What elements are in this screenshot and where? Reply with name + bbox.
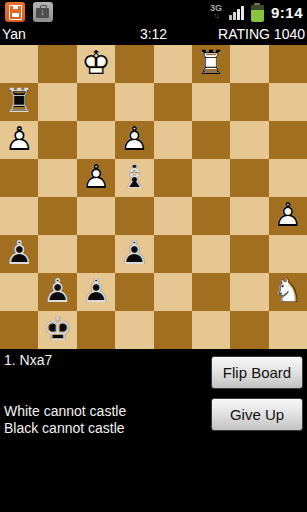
square-d8[interactable] <box>115 45 153 83</box>
square-b4[interactable] <box>38 197 76 235</box>
save-label-shape <box>12 13 19 17</box>
square-e3[interactable] <box>154 235 192 273</box>
piece-outline-glyph: ♘ <box>273 274 303 307</box>
3g-network-icon: 3G ↑↓ <box>210 4 222 20</box>
status-bar-right: 3G ↑↓ 9:14 <box>210 2 303 22</box>
move-list: 1. Nxa7 <box>4 352 52 368</box>
square-e5[interactable] <box>154 159 192 197</box>
square-f6[interactable] <box>192 121 230 159</box>
square-g6[interactable] <box>230 121 268 159</box>
black-pawn-b2: ♟♙ <box>38 273 76 311</box>
white-rook-f8: ♜♖ <box>192 45 230 83</box>
square-g4[interactable] <box>230 197 268 235</box>
square-c6[interactable] <box>77 121 115 159</box>
piece-outline-glyph: ♙ <box>120 122 150 155</box>
rating-label: RATING 1040 <box>218 26 305 42</box>
square-e6[interactable] <box>154 121 192 159</box>
black-king-b1: ♚♔ <box>38 311 76 349</box>
square-f8[interactable]: ♜♖ <box>192 45 230 83</box>
piece-outline-glyph: ♙ <box>4 236 34 269</box>
square-b7[interactable] <box>38 83 76 121</box>
status-bar-left: ↓ <box>5 2 53 22</box>
signal-strength-icon <box>229 5 244 20</box>
piece-outline-glyph: ♖ <box>4 84 34 117</box>
white-pawn-c5: ♟♙ <box>77 159 115 197</box>
square-h6[interactable] <box>269 121 307 159</box>
square-c8[interactable]: ♚♔ <box>77 45 115 83</box>
piece-outline-glyph: ♙ <box>81 160 111 193</box>
give-up-button[interactable]: Give Up <box>211 398 303 431</box>
square-g3[interactable] <box>230 235 268 273</box>
square-h4[interactable]: ♟♙ <box>269 197 307 235</box>
square-h5[interactable] <box>269 159 307 197</box>
square-h1[interactable] <box>269 311 307 349</box>
square-d7[interactable] <box>115 83 153 121</box>
square-g1[interactable] <box>230 311 268 349</box>
square-d3[interactable]: ♟♙ <box>115 235 153 273</box>
square-d4[interactable] <box>115 197 153 235</box>
network-arrows-icon: ↑↓ <box>210 12 222 20</box>
square-f5[interactable] <box>192 159 230 197</box>
status-clock: 9:14 <box>271 4 303 21</box>
white-knight-h2: ♞♘ <box>269 273 307 311</box>
battery-icon <box>251 3 264 22</box>
square-f1[interactable] <box>192 311 230 349</box>
bottom-panel: 1. Nxa7 White cannot castle Black cannot… <box>0 349 307 512</box>
white-pawn-a6: ♟♙ <box>0 121 38 159</box>
piece-outline-glyph: ♙ <box>273 198 303 231</box>
square-a3[interactable]: ♟♙ <box>0 235 38 273</box>
black-bishop-d5: ♝♗ <box>115 159 153 197</box>
info-bar: Yan 3:12 RATING 1040 <box>0 24 307 45</box>
square-h7[interactable] <box>269 83 307 121</box>
battery-body-shape <box>251 5 264 22</box>
square-d6[interactable]: ♟♙ <box>115 121 153 159</box>
piece-outline-glyph: ♙ <box>81 274 111 307</box>
square-f2[interactable] <box>192 273 230 311</box>
square-a1[interactable] <box>0 311 38 349</box>
square-b5[interactable] <box>38 159 76 197</box>
square-c3[interactable] <box>77 235 115 273</box>
square-e4[interactable] <box>154 197 192 235</box>
square-b2[interactable]: ♟♙ <box>38 273 76 311</box>
piece-outline-glyph: ♙ <box>120 236 150 269</box>
piece-outline-glyph: ♙ <box>4 122 34 155</box>
castle-status-white: White cannot castle <box>4 403 126 419</box>
piece-outline-glyph: ♖ <box>196 46 226 79</box>
down-arrow-icon: ↓ <box>33 7 52 17</box>
square-f7[interactable] <box>192 83 230 121</box>
square-e2[interactable] <box>154 273 192 311</box>
square-d2[interactable] <box>115 273 153 311</box>
square-h3[interactable] <box>269 235 307 273</box>
flip-board-button[interactable]: Flip Board <box>211 356 303 389</box>
piece-outline-glyph: ♔ <box>81 46 111 79</box>
app-install-icon: ↓ <box>33 2 53 22</box>
square-c1[interactable] <box>77 311 115 349</box>
black-rook-a7: ♜♖ <box>0 83 38 121</box>
square-a7[interactable]: ♜♖ <box>0 83 38 121</box>
piece-outline-glyph: ♔ <box>43 312 73 345</box>
square-d5[interactable]: ♝♗ <box>115 159 153 197</box>
square-f4[interactable] <box>192 197 230 235</box>
square-c5[interactable]: ♟♙ <box>77 159 115 197</box>
piece-outline-glyph: ♗ <box>120 160 150 193</box>
square-g8[interactable] <box>230 45 268 83</box>
square-a2[interactable] <box>0 273 38 311</box>
black-pawn-c2: ♟♙ <box>77 273 115 311</box>
square-c4[interactable] <box>77 197 115 235</box>
square-f3[interactable] <box>192 235 230 273</box>
square-a4[interactable] <box>0 197 38 235</box>
square-e7[interactable] <box>154 83 192 121</box>
white-pawn-d6: ♟♙ <box>115 121 153 159</box>
white-king-c8: ♚♔ <box>77 45 115 83</box>
save-notification-icon <box>5 2 25 22</box>
chess-board: ♚♔♜♖♜♖♟♙♟♙♟♙♝♗♟♙♟♙♟♙♟♙♟♙♞♘♚♔ <box>0 45 307 349</box>
square-b8[interactable] <box>38 45 76 83</box>
square-a8[interactable] <box>0 45 38 83</box>
square-a5[interactable] <box>0 159 38 197</box>
app-screen: ↓ 3G ↑↓ 9:14 Yan 3:12 RATING 1040 ♚♔♜♖♜♖… <box>0 0 307 512</box>
square-g5[interactable] <box>230 159 268 197</box>
save-shutter-shape <box>13 5 18 9</box>
square-b3[interactable] <box>38 235 76 273</box>
castle-status-black: Black cannot castle <box>4 420 125 436</box>
square-a6[interactable]: ♟♙ <box>0 121 38 159</box>
square-g7[interactable] <box>230 83 268 121</box>
white-pawn-h4: ♟♙ <box>269 197 307 235</box>
black-pawn-a3: ♟♙ <box>0 235 38 273</box>
battery-level-shape <box>251 5 264 10</box>
square-b1[interactable]: ♚♔ <box>38 311 76 349</box>
black-pawn-d3: ♟♙ <box>115 235 153 273</box>
square-b6[interactable] <box>38 121 76 159</box>
piece-outline-glyph: ♙ <box>43 274 73 307</box>
square-c7[interactable] <box>77 83 115 121</box>
square-h2[interactable]: ♞♘ <box>269 273 307 311</box>
square-e1[interactable] <box>154 311 192 349</box>
square-g2[interactable] <box>230 273 268 311</box>
square-d1[interactable] <box>115 311 153 349</box>
network-label: 3G <box>210 4 222 12</box>
square-h8[interactable] <box>269 45 307 83</box>
square-c2[interactable]: ♟♙ <box>77 273 115 311</box>
status-bar: ↓ 3G ↑↓ 9:14 <box>0 0 307 24</box>
square-e8[interactable] <box>154 45 192 83</box>
